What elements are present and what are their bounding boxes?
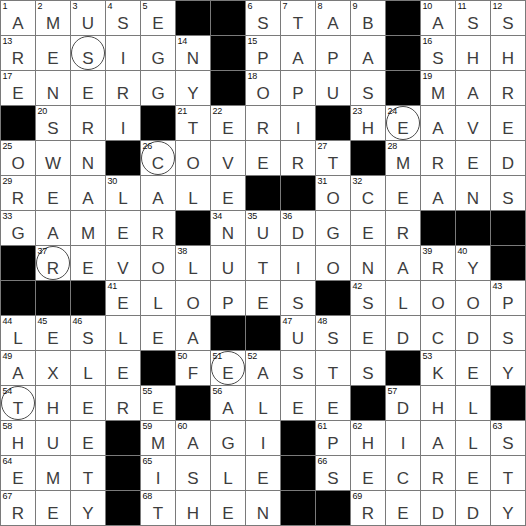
cell-r7c1[interactable]: 33G	[1, 211, 35, 245]
cell-letter: R	[421, 470, 455, 487]
cell-r9c9[interactable]: S	[281, 281, 315, 315]
cell-r9c6[interactable]: O	[176, 281, 210, 315]
cell-r3c8[interactable]: 18O	[246, 71, 280, 105]
cell-r6c10[interactable]: 31O	[316, 176, 350, 210]
cell-r2c2[interactable]: E	[36, 36, 70, 70]
cell-number: 60	[178, 421, 187, 431]
cell-r13c7[interactable]: G	[211, 421, 245, 455]
cell-r12c3[interactable]: E	[71, 386, 105, 420]
cell-r4c13[interactable]: A	[421, 106, 455, 140]
cell-letter: S	[421, 50, 455, 67]
cell-r14c3[interactable]: T	[71, 456, 105, 490]
cell-r14c11[interactable]: E	[351, 456, 385, 490]
cell-r1c1[interactable]: 1A	[1, 1, 35, 35]
cell-number: 65	[143, 456, 152, 466]
black-cell-r1c7	[211, 1, 245, 35]
cell-letter: N	[246, 505, 280, 522]
cell-r15c12[interactable]: E	[386, 491, 420, 525]
cell-number: 5	[143, 1, 148, 11]
cell-r3c11[interactable]: S	[351, 71, 385, 105]
cell-r7c4[interactable]: E	[106, 211, 140, 245]
cell-letter: N	[176, 50, 210, 67]
cell-number: 67	[3, 491, 12, 501]
cell-letter: R	[386, 225, 420, 242]
cell-letter: E	[351, 330, 385, 347]
cell-r15c8[interactable]: N	[246, 491, 280, 525]
cell-r14c12[interactable]: C	[386, 456, 420, 490]
cell-r12c13[interactable]: H	[421, 386, 455, 420]
black-cell-r6c8	[246, 176, 280, 210]
cell-r12c5[interactable]: 55E	[141, 386, 175, 420]
cell-letter: E	[141, 15, 175, 32]
cell-r9c5[interactable]: L	[141, 281, 175, 315]
cell-r11c7[interactable]: 51E	[211, 351, 245, 385]
cell-r8c7[interactable]: U	[211, 246, 245, 280]
cell-r10c5[interactable]: E	[141, 316, 175, 350]
cell-letter: M	[36, 470, 70, 487]
black-cell-r12c6	[176, 386, 210, 420]
cell-r8c10[interactable]: O	[316, 246, 350, 280]
cell-number: 44	[3, 316, 12, 326]
cell-r2c4[interactable]: I	[106, 36, 140, 70]
cell-r7c7[interactable]: 34N	[211, 211, 245, 245]
cell-r9c4[interactable]: 41E	[106, 281, 140, 315]
cell-r1c9[interactable]: 7T	[281, 1, 315, 35]
cell-r13c8[interactable]: I	[246, 421, 280, 455]
cell-r9c13[interactable]: O	[421, 281, 455, 315]
cell-r7c3[interactable]: M	[71, 211, 105, 245]
cell-r5c12[interactable]: 28M	[386, 141, 420, 175]
cell-r14c6[interactable]: S	[176, 456, 210, 490]
cell-r5c6[interactable]: O	[176, 141, 210, 175]
cell-number: 25	[3, 141, 12, 151]
cell-r4c12[interactable]: 24E	[386, 106, 420, 140]
cell-r8c12[interactable]: A	[386, 246, 420, 280]
cell-letter: O	[176, 295, 210, 312]
cell-r9c15[interactable]: 43P	[491, 281, 525, 315]
cell-number: 13	[3, 36, 12, 46]
cell-r14c8[interactable]: E	[246, 456, 280, 490]
cell-r11c14[interactable]: E	[456, 351, 490, 385]
black-cell-r7c14	[456, 211, 490, 245]
black-cell-r4c5	[141, 106, 175, 140]
cell-number: 40	[458, 246, 467, 256]
cell-r10c4[interactable]: L	[106, 316, 140, 350]
cell-r4c8[interactable]: R	[246, 106, 280, 140]
cell-letter: E	[36, 505, 70, 522]
cell-letter: S	[106, 15, 140, 32]
cell-r15c6[interactable]: H	[176, 491, 210, 525]
cell-r11c10[interactable]: T	[316, 351, 350, 385]
cell-r3c1[interactable]: 17E	[1, 71, 35, 105]
cell-letter: A	[71, 190, 105, 207]
cell-letter: E	[211, 505, 245, 522]
cell-r11c15[interactable]: Y	[491, 351, 525, 385]
cell-r10c3[interactable]: 46S	[71, 316, 105, 350]
cell-number: 68	[143, 491, 152, 501]
cell-letter: X	[36, 365, 70, 382]
cell-r6c6[interactable]: L	[176, 176, 210, 210]
cell-r12c7[interactable]: 56A	[211, 386, 245, 420]
cell-r6c5[interactable]: A	[141, 176, 175, 210]
cell-r9c7[interactable]: P	[211, 281, 245, 315]
black-cell-r14c9	[281, 456, 315, 490]
cell-r1c13[interactable]: 10A	[421, 1, 455, 35]
cell-letter: E	[36, 330, 70, 347]
cell-letter: S	[351, 295, 385, 312]
cell-r8c3[interactable]: E	[71, 246, 105, 280]
cell-letter: E	[36, 50, 70, 67]
black-cell-r3c7	[211, 71, 245, 105]
cell-letter: E	[281, 400, 315, 417]
cell-r5c7[interactable]: V	[211, 141, 245, 175]
cell-letter: E	[71, 435, 105, 452]
cell-r11c11[interactable]: S	[351, 351, 385, 385]
cell-r13c3[interactable]: E	[71, 421, 105, 455]
cell-r10c12[interactable]: D	[386, 316, 420, 350]
cell-letter: E	[141, 330, 175, 347]
cell-r6c3[interactable]: A	[71, 176, 105, 210]
cell-r5c1[interactable]: 25O	[1, 141, 35, 175]
black-cell-r15c10	[316, 491, 350, 525]
cell-r8c14[interactable]: 40Y	[456, 246, 490, 280]
cell-letter: R	[491, 85, 525, 102]
cell-r9c12[interactable]: L	[386, 281, 420, 315]
cell-letter: Y	[491, 505, 525, 522]
cell-r3c15[interactable]: R	[491, 71, 525, 105]
cell-r4c4[interactable]: I	[106, 106, 140, 140]
cell-letter: I	[281, 260, 315, 277]
cell-r7c12[interactable]: R	[386, 211, 420, 245]
cell-letter: O	[176, 155, 210, 172]
cell-number: 66	[318, 456, 327, 466]
black-cell-r8c1	[1, 246, 35, 280]
black-cell-r13c9	[281, 421, 315, 455]
cell-r3c2[interactable]: N	[36, 71, 70, 105]
cell-r14c1[interactable]: 64E	[1, 456, 35, 490]
cell-r6c15[interactable]: S	[491, 176, 525, 210]
cell-letter: H	[1, 435, 35, 452]
cell-letter: M	[71, 225, 105, 242]
cell-letter: I	[141, 470, 175, 487]
cell-letter: A	[211, 400, 245, 417]
cell-r14c13[interactable]: R	[421, 456, 455, 490]
cell-r12c14[interactable]: L	[456, 386, 490, 420]
cell-r3c6[interactable]: Y	[176, 71, 210, 105]
cell-letter: U	[36, 435, 70, 452]
cell-r5c8[interactable]: E	[246, 141, 280, 175]
cell-r13c6[interactable]: 60A	[176, 421, 210, 455]
cell-r15c13[interactable]: D	[421, 491, 455, 525]
cell-r12c10[interactable]: E	[316, 386, 350, 420]
cell-r2c13[interactable]: 16S	[421, 36, 455, 70]
cell-r11c13[interactable]: 53K	[421, 351, 455, 385]
cell-r4c7[interactable]: 22E	[211, 106, 245, 140]
cell-r4c2[interactable]: 20S	[36, 106, 70, 140]
cell-r9c11[interactable]: 42S	[351, 281, 385, 315]
cell-r5c2[interactable]: W	[36, 141, 70, 175]
cell-letter: Y	[71, 505, 105, 522]
cell-r13c10[interactable]: 61P	[316, 421, 350, 455]
cell-r8c6[interactable]: 38L	[176, 246, 210, 280]
cell-number: 43	[493, 281, 502, 291]
cell-r13c5[interactable]: 59M	[141, 421, 175, 455]
black-cell-r13c4	[106, 421, 140, 455]
cell-r8c11[interactable]: N	[351, 246, 385, 280]
cell-r8c9[interactable]: I	[281, 246, 315, 280]
cell-r3c10[interactable]: U	[316, 71, 350, 105]
cell-letter: R	[1, 505, 35, 522]
cell-number: 59	[143, 421, 152, 431]
cell-letter: P	[316, 435, 350, 452]
cell-r12c2[interactable]: H	[36, 386, 70, 420]
cell-r2c10[interactable]: P	[316, 36, 350, 70]
cell-letter: S	[491, 190, 525, 207]
cell-number: 53	[423, 351, 432, 361]
cell-r15c11[interactable]: 69R	[351, 491, 385, 525]
cell-letter: E	[456, 365, 490, 382]
cell-r15c3[interactable]: Y	[71, 491, 105, 525]
cell-number: 4	[108, 1, 113, 11]
cell-r11c6[interactable]: 50F	[176, 351, 210, 385]
cell-letter: U	[281, 330, 315, 347]
cell-number: 31	[318, 176, 327, 186]
cell-r8c5[interactable]: O	[141, 246, 175, 280]
black-cell-r12c15	[491, 386, 525, 420]
cell-letter: E	[246, 155, 280, 172]
cell-r7c10[interactable]: G	[316, 211, 350, 245]
black-cell-r2c12	[386, 36, 420, 70]
cell-r12c4[interactable]: R	[106, 386, 140, 420]
cell-r1c3[interactable]: 3U	[71, 1, 105, 35]
cell-number: 41	[108, 281, 117, 291]
cell-letter: A	[351, 50, 385, 67]
cell-letter: T	[491, 470, 525, 487]
cell-r5c9[interactable]: R	[281, 141, 315, 175]
cell-letter: D	[456, 330, 490, 347]
cell-r10c10[interactable]: 48S	[316, 316, 350, 350]
cell-r12c12[interactable]: 57D	[386, 386, 420, 420]
cell-r15c7[interactable]: E	[211, 491, 245, 525]
cell-number: 69	[353, 491, 362, 501]
cell-r13c11[interactable]: 62H	[351, 421, 385, 455]
cell-letter: E	[211, 120, 245, 137]
cell-r1c15[interactable]: 12S	[491, 1, 525, 35]
cell-letter: S	[491, 435, 525, 452]
cell-r8c4[interactable]: V	[106, 246, 140, 280]
cell-r6c2[interactable]: E	[36, 176, 70, 210]
cell-r4c3[interactable]: R	[71, 106, 105, 140]
cell-r9c8[interactable]: E	[246, 281, 280, 315]
cell-r11c8[interactable]: 52A	[246, 351, 280, 385]
cell-r3c14[interactable]: A	[456, 71, 490, 105]
cell-r5c10[interactable]: 27T	[316, 141, 350, 175]
cell-r6c7[interactable]: E	[211, 176, 245, 210]
cell-r11c9[interactable]: S	[281, 351, 315, 385]
cell-r1c14[interactable]: 11S	[456, 1, 490, 35]
cell-letter: S	[351, 365, 385, 382]
black-cell-r11c5	[141, 351, 175, 385]
cell-letter: F	[176, 365, 210, 382]
cell-letter: S	[36, 120, 70, 137]
cell-r4c9[interactable]: I	[281, 106, 315, 140]
cell-letter: L	[176, 190, 210, 207]
cell-r8c2[interactable]: 37R	[36, 246, 70, 280]
cell-r6c11[interactable]: 32C	[351, 176, 385, 210]
cell-r12c8[interactable]: L	[246, 386, 280, 420]
cell-r5c15[interactable]: D	[491, 141, 525, 175]
cell-r15c14[interactable]: D	[456, 491, 490, 525]
cell-letter: S	[491, 330, 525, 347]
cell-r2c9[interactable]: A	[281, 36, 315, 70]
cell-r13c12[interactable]: I	[386, 421, 420, 455]
cell-r12c1[interactable]: 54T	[1, 386, 35, 420]
cell-letter: L	[176, 260, 210, 277]
cell-letter: A	[1, 15, 35, 32]
cell-r10c13[interactable]: C	[421, 316, 455, 350]
cell-number: 54	[3, 386, 12, 396]
cell-letter: P	[316, 50, 350, 67]
cell-letter: E	[246, 470, 280, 487]
cell-r11c4[interactable]: E	[106, 351, 140, 385]
cell-r10c2[interactable]: 45E	[36, 316, 70, 350]
cell-r12c9[interactable]: E	[281, 386, 315, 420]
cell-letter: E	[211, 190, 245, 207]
cell-r4c11[interactable]: 23H	[351, 106, 385, 140]
cell-r10c9[interactable]: 47U	[281, 316, 315, 350]
cell-r10c14[interactable]: D	[456, 316, 490, 350]
cell-r10c11[interactable]: E	[351, 316, 385, 350]
cell-letter: Y	[456, 260, 490, 277]
cell-r13c15[interactable]: 63S	[491, 421, 525, 455]
cell-r2c8[interactable]: 15P	[246, 36, 280, 70]
cell-r2c11[interactable]: A	[351, 36, 385, 70]
cell-r5c3[interactable]: N	[71, 141, 105, 175]
cell-letter: R	[246, 120, 280, 137]
cell-r3c9[interactable]: P	[281, 71, 315, 105]
cell-r15c5[interactable]: 68T	[141, 491, 175, 525]
cell-letter: E	[71, 85, 105, 102]
cell-r3c4[interactable]: R	[106, 71, 140, 105]
cell-r4c14[interactable]: V	[456, 106, 490, 140]
cell-r2c5[interactable]: G	[141, 36, 175, 70]
cell-r1c5[interactable]: 5E	[141, 1, 175, 35]
cell-letter: S	[351, 85, 385, 102]
cell-r14c7[interactable]: L	[211, 456, 245, 490]
cell-letter: N	[71, 155, 105, 172]
cell-r14c5[interactable]: 65I	[141, 456, 175, 490]
cell-number: 47	[283, 316, 292, 326]
cell-r6c13[interactable]: A	[421, 176, 455, 210]
cell-r2c14[interactable]: H	[456, 36, 490, 70]
cell-r13c13[interactable]: A	[421, 421, 455, 455]
cell-letter: D	[386, 400, 420, 417]
cell-r1c11[interactable]: 9B	[351, 1, 385, 35]
cell-r9c14[interactable]: O	[456, 281, 490, 315]
cell-r11c1[interactable]: 49A	[1, 351, 35, 385]
cell-r14c2[interactable]: M	[36, 456, 70, 490]
cell-r6c12[interactable]: E	[386, 176, 420, 210]
black-cell-r4c1	[1, 106, 35, 140]
cell-r4c6[interactable]: 21T	[176, 106, 210, 140]
cell-r2c1[interactable]: 13R	[1, 36, 35, 70]
cell-number: 28	[388, 141, 397, 151]
cell-letter: E	[1, 85, 35, 102]
cell-r10c1[interactable]: 44L	[1, 316, 35, 350]
cell-r13c1[interactable]: 58H	[1, 421, 35, 455]
cell-letter: A	[421, 120, 455, 137]
cell-r15c1[interactable]: 67R	[1, 491, 35, 525]
cell-r10c15[interactable]: S	[491, 316, 525, 350]
cell-r7c5[interactable]: R	[141, 211, 175, 245]
cell-r1c2[interactable]: 2M	[36, 1, 70, 35]
cell-letter: P	[281, 85, 315, 102]
cell-letter: G	[211, 435, 245, 452]
cell-r1c4[interactable]: 4S	[106, 1, 140, 35]
cell-r4c15[interactable]: E	[491, 106, 525, 140]
cell-r2c3[interactable]: S	[71, 36, 105, 70]
cell-letter: N	[456, 190, 490, 207]
cell-r13c2[interactable]: U	[36, 421, 70, 455]
black-cell-r15c9	[281, 491, 315, 525]
cell-r3c3[interactable]: E	[71, 71, 105, 105]
cell-r7c11[interactable]: E	[351, 211, 385, 245]
cell-letter: H	[36, 400, 70, 417]
cell-r15c2[interactable]: E	[36, 491, 70, 525]
cell-r13c14[interactable]: L	[456, 421, 490, 455]
cell-r14c14[interactable]: E	[456, 456, 490, 490]
cell-r14c10[interactable]: 66S	[316, 456, 350, 490]
cell-r5c5[interactable]: 26C	[141, 141, 175, 175]
cell-r3c13[interactable]: 19M	[421, 71, 455, 105]
cell-number: 6	[248, 1, 253, 11]
cell-r14c15[interactable]: T	[491, 456, 525, 490]
cell-number: 27	[318, 141, 327, 151]
cell-r1c10[interactable]: 8A	[316, 1, 350, 35]
cell-letter: L	[386, 295, 420, 312]
cell-r11c2[interactable]: X	[36, 351, 70, 385]
cell-r8c13[interactable]: 39R	[421, 246, 455, 280]
cell-number: 46	[73, 316, 82, 326]
cell-r7c8[interactable]: 35U	[246, 211, 280, 245]
cell-letter: S	[316, 470, 350, 487]
cell-r7c9[interactable]: 36D	[281, 211, 315, 245]
cell-letter: C	[421, 330, 455, 347]
cell-r2c6[interactable]: 14N	[176, 36, 210, 70]
black-cell-r2c7	[211, 36, 245, 70]
cell-r6c14[interactable]: N	[456, 176, 490, 210]
cell-r3c5[interactable]: G	[141, 71, 175, 105]
cell-number: 50	[178, 351, 187, 361]
cell-r6c4[interactable]: 30L	[106, 176, 140, 210]
cell-letter: O	[316, 260, 350, 277]
cell-r6c1[interactable]: 29R	[1, 176, 35, 210]
cell-letter: I	[386, 435, 420, 452]
cell-r8c8[interactable]: T	[246, 246, 280, 280]
cell-r5c13[interactable]: R	[421, 141, 455, 175]
cell-r15c15[interactable]: Y	[491, 491, 525, 525]
cell-r2c15[interactable]: H	[491, 36, 525, 70]
cell-r5c14[interactable]: E	[456, 141, 490, 175]
cell-number: 49	[3, 351, 12, 361]
cell-r11c3[interactable]: L	[71, 351, 105, 385]
cell-r10c6[interactable]: A	[176, 316, 210, 350]
cell-r1c8[interactable]: 6S	[246, 1, 280, 35]
cell-r7c2[interactable]: A	[36, 211, 70, 245]
black-cell-r9c1	[1, 281, 35, 315]
cell-letter: R	[141, 225, 175, 242]
cell-number: 24	[388, 106, 397, 116]
